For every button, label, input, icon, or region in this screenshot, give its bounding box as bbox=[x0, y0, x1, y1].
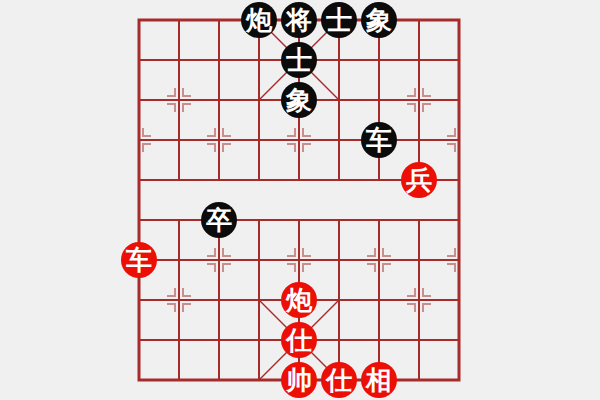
intersection-0-4[interactable]: 将 bbox=[279, 0, 319, 40]
intersection-1-5[interactable] bbox=[319, 40, 359, 80]
intersection-5-1[interactable] bbox=[159, 200, 199, 240]
intersection-6-6[interactable] bbox=[359, 240, 399, 280]
intersection-4-3[interactable] bbox=[239, 160, 279, 200]
intersection-3-1[interactable] bbox=[159, 120, 199, 160]
intersection-2-2[interactable] bbox=[199, 80, 239, 120]
intersection-6-2[interactable] bbox=[199, 240, 239, 280]
intersection-4-2[interactable] bbox=[199, 160, 239, 200]
piece-black-advisor[interactable]: 士 bbox=[281, 42, 317, 78]
intersection-3-2[interactable] bbox=[199, 120, 239, 160]
intersection-2-5[interactable] bbox=[319, 80, 359, 120]
intersection-9-8[interactable] bbox=[439, 360, 479, 400]
intersection-8-0[interactable] bbox=[119, 320, 159, 360]
intersection-2-4[interactable]: 象 bbox=[279, 80, 319, 120]
intersection-0-1[interactable] bbox=[159, 0, 199, 40]
piece-black-general[interactable]: 将 bbox=[281, 2, 317, 38]
intersection-6-7[interactable] bbox=[399, 240, 439, 280]
intersection-4-7[interactable]: 兵 bbox=[399, 160, 439, 200]
piece-red-advisor[interactable]: 仕 bbox=[321, 362, 357, 398]
intersection-6-3[interactable] bbox=[239, 240, 279, 280]
intersection-7-4[interactable]: 炮 bbox=[279, 280, 319, 320]
piece-red-advisor[interactable]: 仕 bbox=[281, 322, 317, 358]
intersection-5-4[interactable] bbox=[279, 200, 319, 240]
piece-red-general[interactable]: 帅 bbox=[281, 362, 317, 398]
intersection-1-1[interactable] bbox=[159, 40, 199, 80]
intersection-2-1[interactable] bbox=[159, 80, 199, 120]
xiangqi-app: 炮将士象士象车兵卒车炮仕帅仕相 bbox=[0, 0, 600, 400]
intersection-6-8[interactable] bbox=[439, 240, 479, 280]
intersection-9-3[interactable] bbox=[239, 360, 279, 400]
intersection-0-8[interactable] bbox=[439, 0, 479, 40]
piece-black-cannon[interactable]: 炮 bbox=[241, 2, 277, 38]
intersection-0-6[interactable]: 象 bbox=[359, 0, 399, 40]
intersection-9-6[interactable]: 相 bbox=[359, 360, 399, 400]
intersection-5-0[interactable] bbox=[119, 200, 159, 240]
piece-red-elephant[interactable]: 相 bbox=[361, 362, 397, 398]
intersection-7-3[interactable] bbox=[239, 280, 279, 320]
intersection-1-7[interactable] bbox=[399, 40, 439, 80]
intersection-2-3[interactable] bbox=[239, 80, 279, 120]
intersection-7-7[interactable] bbox=[399, 280, 439, 320]
intersection-9-0[interactable] bbox=[119, 360, 159, 400]
intersection-7-8[interactable] bbox=[439, 280, 479, 320]
intersection-8-2[interactable] bbox=[199, 320, 239, 360]
piece-black-soldier[interactable]: 卒 bbox=[201, 202, 237, 238]
intersection-3-5[interactable] bbox=[319, 120, 359, 160]
intersection-4-4[interactable] bbox=[279, 160, 319, 200]
intersection-2-8[interactable] bbox=[439, 80, 479, 120]
intersection-5-8[interactable] bbox=[439, 200, 479, 240]
intersection-1-4[interactable]: 士 bbox=[279, 40, 319, 80]
intersection-4-0[interactable] bbox=[119, 160, 159, 200]
intersection-9-7[interactable] bbox=[399, 360, 439, 400]
intersection-2-7[interactable] bbox=[399, 80, 439, 120]
intersection-7-6[interactable] bbox=[359, 280, 399, 320]
piece-black-chariot[interactable]: 车 bbox=[361, 122, 397, 158]
intersection-7-0[interactable] bbox=[119, 280, 159, 320]
intersection-4-6[interactable] bbox=[359, 160, 399, 200]
intersection-5-2[interactable]: 卒 bbox=[199, 200, 239, 240]
intersection-7-5[interactable] bbox=[319, 280, 359, 320]
intersection-4-1[interactable] bbox=[159, 160, 199, 200]
intersection-6-0[interactable]: 车 bbox=[119, 240, 159, 280]
intersection-1-8[interactable] bbox=[439, 40, 479, 80]
piece-black-advisor[interactable]: 士 bbox=[321, 2, 357, 38]
intersection-3-6[interactable]: 车 bbox=[359, 120, 399, 160]
intersection-4-8[interactable] bbox=[439, 160, 479, 200]
intersection-4-5[interactable] bbox=[319, 160, 359, 200]
intersection-1-0[interactable] bbox=[119, 40, 159, 80]
board-grid: 炮将士象士象车兵卒车炮仕帅仕相 bbox=[119, 0, 479, 400]
intersection-6-5[interactable] bbox=[319, 240, 359, 280]
intersection-7-2[interactable] bbox=[199, 280, 239, 320]
intersection-3-8[interactable] bbox=[439, 120, 479, 160]
intersection-0-7[interactable] bbox=[399, 0, 439, 40]
intersection-1-3[interactable] bbox=[239, 40, 279, 80]
intersection-8-3[interactable] bbox=[239, 320, 279, 360]
intersection-6-1[interactable] bbox=[159, 240, 199, 280]
intersection-5-3[interactable] bbox=[239, 200, 279, 240]
intersection-9-5[interactable]: 仕 bbox=[319, 360, 359, 400]
intersection-8-8[interactable] bbox=[439, 320, 479, 360]
intersection-3-7[interactable] bbox=[399, 120, 439, 160]
intersection-0-3[interactable]: 炮 bbox=[239, 0, 279, 40]
intersection-7-1[interactable] bbox=[159, 280, 199, 320]
intersection-5-7[interactable] bbox=[399, 200, 439, 240]
intersection-3-4[interactable] bbox=[279, 120, 319, 160]
piece-red-soldier[interactable]: 兵 bbox=[401, 162, 437, 198]
intersection-3-3[interactable] bbox=[239, 120, 279, 160]
intersection-8-1[interactable] bbox=[159, 320, 199, 360]
intersection-8-5[interactable] bbox=[319, 320, 359, 360]
piece-black-elephant[interactable]: 象 bbox=[281, 82, 317, 118]
intersection-0-0[interactable] bbox=[119, 0, 159, 40]
intersection-6-4[interactable] bbox=[279, 240, 319, 280]
intersection-5-6[interactable] bbox=[359, 200, 399, 240]
intersection-0-2[interactable] bbox=[199, 0, 239, 40]
intersection-9-1[interactable] bbox=[159, 360, 199, 400]
intersection-9-4[interactable]: 帅 bbox=[279, 360, 319, 400]
intersection-5-5[interactable] bbox=[319, 200, 359, 240]
intersection-1-2[interactable] bbox=[199, 40, 239, 80]
intersection-2-0[interactable] bbox=[119, 80, 159, 120]
intersection-0-5[interactable]: 士 bbox=[319, 0, 359, 40]
intersection-8-6[interactable] bbox=[359, 320, 399, 360]
piece-red-chariot[interactable]: 车 bbox=[121, 242, 157, 278]
intersection-1-6[interactable] bbox=[359, 40, 399, 80]
intersection-8-7[interactable] bbox=[399, 320, 439, 360]
intersection-3-0[interactable] bbox=[119, 120, 159, 160]
piece-black-elephant[interactable]: 象 bbox=[361, 2, 397, 38]
intersection-9-2[interactable] bbox=[199, 360, 239, 400]
intersection-8-4[interactable]: 仕 bbox=[279, 320, 319, 360]
piece-red-cannon[interactable]: 炮 bbox=[281, 282, 317, 318]
intersection-2-6[interactable] bbox=[359, 80, 399, 120]
